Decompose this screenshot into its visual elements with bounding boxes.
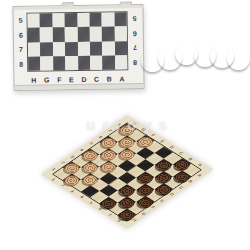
lid-file-label: B <box>107 76 112 83</box>
lid-square <box>114 12 127 26</box>
lid-square <box>102 55 115 69</box>
lid-file-label: D <box>81 76 86 83</box>
box-top-edge <box>13 5 142 10</box>
lid-square <box>90 27 103 41</box>
lid-square <box>115 41 128 55</box>
lid-square <box>77 41 90 55</box>
lid-square <box>102 41 115 55</box>
lid-file-label: C <box>94 76 99 83</box>
lid-square <box>40 42 53 56</box>
lid-file-label: H <box>31 77 36 84</box>
lid-square <box>115 55 128 69</box>
lid-square <box>52 13 65 27</box>
lid-square <box>53 42 66 56</box>
lid-square <box>65 56 78 70</box>
lid-square <box>90 41 103 55</box>
folded-board-box: 5678 5678 HGFEDCBA <box>12 4 144 91</box>
lid-square <box>28 42 41 56</box>
lid-file-label: A <box>119 75 124 82</box>
lid-rank-labels-right: 5678 <box>129 11 140 70</box>
lid-square <box>77 27 90 41</box>
lid-rank-label: 5 <box>133 15 137 22</box>
lid-square <box>65 27 78 41</box>
lid-square <box>102 12 115 26</box>
lid-rank-label: 6 <box>19 31 23 38</box>
lid-file-label: F <box>57 76 61 83</box>
lid-square <box>77 13 90 27</box>
lid-file-label: G <box>44 76 50 83</box>
lid-square <box>40 28 53 42</box>
lid-rank-label: 6 <box>133 30 137 37</box>
loose-checker-dark-1 <box>210 44 234 68</box>
lid-rank-label: 8 <box>133 59 137 66</box>
box-bottom-edge <box>15 83 144 90</box>
lid-rank-labels-left: 5678 <box>16 13 27 72</box>
lid-file-label: E <box>69 76 74 83</box>
lid-square <box>78 56 91 70</box>
lid-square <box>65 13 78 27</box>
lid-square <box>102 27 115 41</box>
lid-square <box>90 55 103 69</box>
lid-rank-label: 7 <box>19 46 23 53</box>
lid-square <box>53 56 66 70</box>
lid-square <box>40 13 53 27</box>
lid-square <box>65 42 78 56</box>
lid-half-chessboard <box>27 11 129 71</box>
loose-checker-light-2 <box>158 46 182 70</box>
lid-square <box>28 28 41 42</box>
product-photo-checkers-set: 5678 5678 HGFEDCBA HGFEDCBA 12345678 876… <box>0 0 250 250</box>
lid-square <box>28 14 41 28</box>
lid-square <box>28 56 41 70</box>
open-checkers-board: HGFEDCBA 12345678 87654321 ABCDEFGH <box>41 115 213 229</box>
lid-square <box>40 56 53 70</box>
lid-square <box>52 27 65 41</box>
lid-rank-label: 5 <box>19 17 23 24</box>
lid-rank-label: 7 <box>133 45 137 52</box>
lid-rank-label: 8 <box>19 61 23 68</box>
lid-square <box>89 13 102 27</box>
lid-square <box>114 27 127 41</box>
